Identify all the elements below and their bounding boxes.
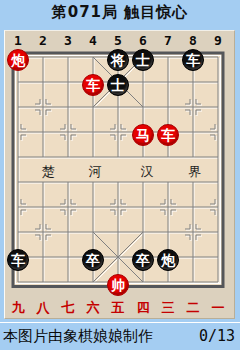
puzzle-title: 第071局 触目惊心 <box>0 3 240 22</box>
file-label-bottom-8: 二 <box>183 299 203 317</box>
credit-text: 本图片由象棋娘娘制作 <box>3 327 153 346</box>
piece-black-chariot[interactable]: 车 <box>7 249 29 271</box>
file-label-top-5: 5 <box>108 33 128 48</box>
river-char-2: 河 <box>87 163 103 181</box>
file-label-bottom-3: 七 <box>58 299 78 317</box>
progress-counter: 0/13 <box>199 327 235 345</box>
file-label-bottom-2: 八 <box>33 299 53 317</box>
piece-black-advisor[interactable]: 士 <box>107 74 129 96</box>
xiangqi-puzzle-page: 第071局 触目惊心 123456789 楚河汉界 炮将士车车士马车车卒卒炮帅 … <box>0 0 240 350</box>
file-label-top-6: 6 <box>133 33 153 48</box>
piece-black-soldier[interactable]: 卒 <box>132 249 154 271</box>
file-label-bottom-7: 三 <box>158 299 178 317</box>
file-label-top-8: 8 <box>183 33 203 48</box>
piece-red-chariot[interactable]: 车 <box>82 74 104 96</box>
statusbar-divider <box>0 322 240 323</box>
piece-black-chariot[interactable]: 车 <box>182 49 204 71</box>
file-label-top-4: 4 <box>83 33 103 48</box>
file-label-bottom-4: 六 <box>83 299 103 317</box>
file-label-top-3: 3 <box>58 33 78 48</box>
piece-red-horse[interactable]: 马 <box>132 124 154 146</box>
piece-red-cannon[interactable]: 炮 <box>7 49 29 71</box>
piece-red-general-red[interactable]: 帅 <box>107 274 129 296</box>
river-char-4: 界 <box>187 163 203 181</box>
file-label-top-1: 1 <box>8 33 28 48</box>
piece-black-advisor[interactable]: 士 <box>132 49 154 71</box>
piece-black-general-black[interactable]: 将 <box>107 49 129 71</box>
piece-black-soldier[interactable]: 卒 <box>82 249 104 271</box>
file-label-top-7: 7 <box>158 33 178 48</box>
piece-red-chariot[interactable]: 车 <box>157 124 179 146</box>
river-char-3: 汉 <box>139 163 155 181</box>
file-label-bottom-9: 一 <box>208 299 228 317</box>
file-label-top-2: 2 <box>33 33 53 48</box>
file-label-top-9: 9 <box>208 33 228 48</box>
piece-black-cannon[interactable]: 炮 <box>157 249 179 271</box>
river-char-1: 楚 <box>40 163 56 181</box>
file-label-bottom-6: 四 <box>133 299 153 317</box>
file-label-bottom-1: 九 <box>8 299 28 317</box>
file-label-bottom-5: 五 <box>108 299 128 317</box>
